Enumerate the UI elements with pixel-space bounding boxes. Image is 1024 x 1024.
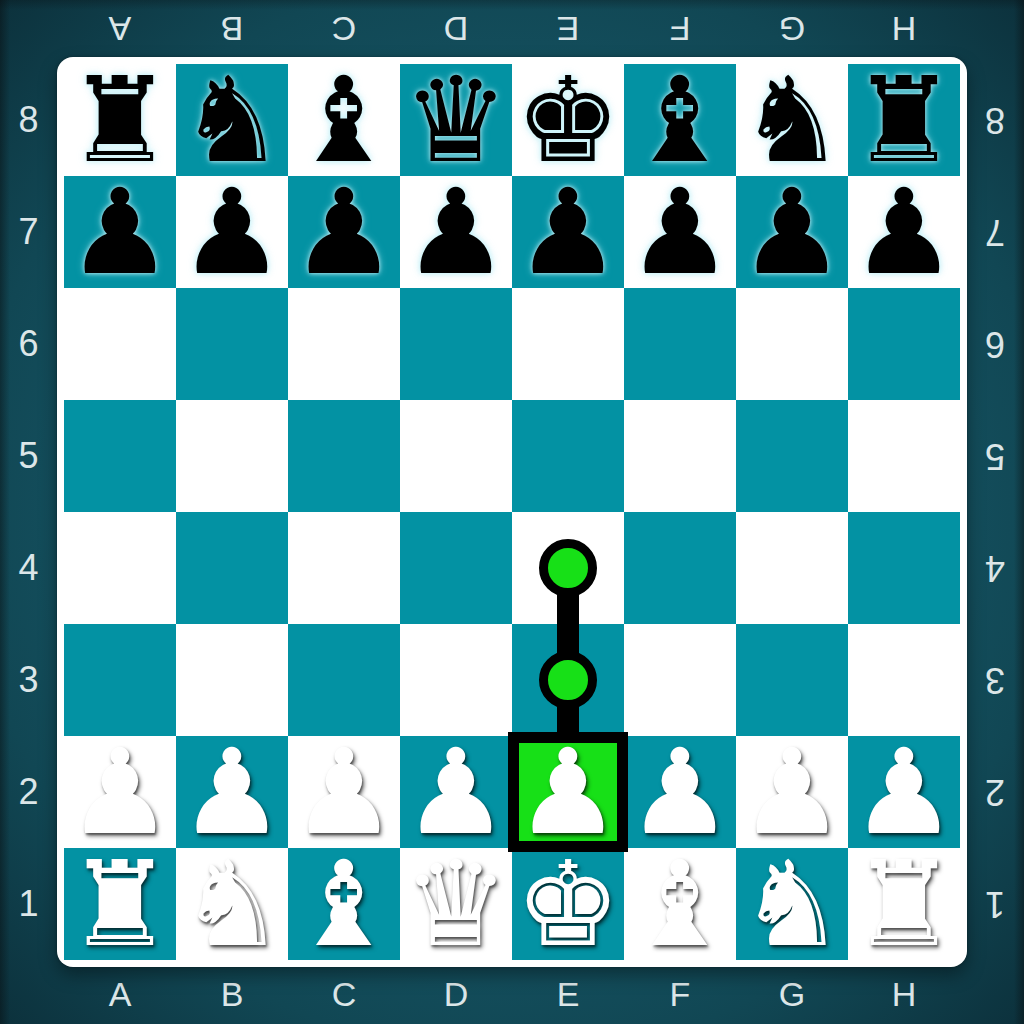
file-label-h: H <box>848 966 960 1023</box>
rank-label-5: 5 <box>0 400 57 512</box>
move-overlay <box>64 64 960 960</box>
file-label-f: F <box>624 0 736 57</box>
move-hint-e4[interactable] <box>539 539 597 597</box>
rank-label-4: 4 <box>0 512 57 624</box>
file-label-b: B <box>176 966 288 1023</box>
rank-label-6: 6 <box>0 288 57 400</box>
file-label-c: C <box>288 966 400 1023</box>
rank-label-2: 2 <box>966 736 1024 848</box>
file-label-g: G <box>736 966 848 1023</box>
rank-label-3: 3 <box>966 624 1024 736</box>
rank-label-1: 1 <box>0 848 57 960</box>
rank-label-5: 5 <box>966 400 1024 512</box>
move-hint-e3[interactable] <box>539 651 597 709</box>
file-label-e: E <box>512 0 624 57</box>
file-label-f: F <box>624 966 736 1023</box>
file-labels-top: ABCDEFGH <box>64 0 960 57</box>
file-label-h: H <box>848 0 960 57</box>
white-pawn[interactable]: ♟ <box>515 736 621 848</box>
file-label-a: A <box>64 0 176 57</box>
chess-board: ♜♞♝♛♚♝♞♜♟♟♟♟♟♟♟♟♟♟♟♟♟♟♟♟♜♞♝♛♚♝♞♜ <box>64 64 960 960</box>
file-label-e: E <box>512 966 624 1023</box>
background: ABCDEFGH ABCDEFGH 87654321 87654321 ♜♞♝♛… <box>0 0 1024 1024</box>
rank-label-2: 2 <box>0 736 57 848</box>
rank-label-7: 7 <box>0 176 57 288</box>
rank-label-7: 7 <box>966 176 1024 288</box>
rank-label-3: 3 <box>0 624 57 736</box>
file-label-b: B <box>176 0 288 57</box>
rank-labels-left: 87654321 <box>0 64 57 960</box>
rank-label-8: 8 <box>0 64 57 176</box>
file-label-c: C <box>288 0 400 57</box>
board-frame: ♜♞♝♛♚♝♞♜♟♟♟♟♟♟♟♟♟♟♟♟♟♟♟♟♜♞♝♛♚♝♞♜ <box>57 57 967 967</box>
square-e2[interactable]: ♟ <box>512 736 624 848</box>
file-labels-bottom: ABCDEFGH <box>64 966 960 1023</box>
rank-label-4: 4 <box>966 512 1024 624</box>
rank-label-1: 1 <box>966 848 1024 960</box>
rank-label-6: 6 <box>966 288 1024 400</box>
file-label-a: A <box>64 966 176 1023</box>
rank-labels-right: 87654321 <box>966 64 1024 960</box>
file-label-g: G <box>736 0 848 57</box>
file-label-d: D <box>400 966 512 1023</box>
file-label-d: D <box>400 0 512 57</box>
rank-label-8: 8 <box>966 64 1024 176</box>
